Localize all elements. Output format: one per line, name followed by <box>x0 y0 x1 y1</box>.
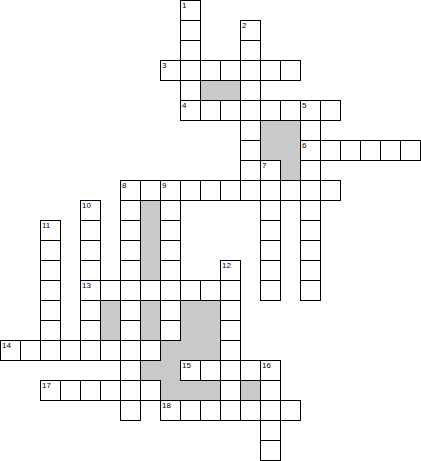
blocked-cell <box>160 380 181 401</box>
clue-number: 16 <box>262 362 271 370</box>
grid-cell[interactable] <box>260 260 281 281</box>
grid-cell[interactable] <box>120 220 141 241</box>
grid-cell[interactable] <box>140 340 161 361</box>
grid-cell[interactable] <box>260 440 281 461</box>
grid-cell[interactable] <box>200 360 221 381</box>
grid-cell[interactable] <box>240 140 261 161</box>
grid-cell[interactable] <box>220 380 241 401</box>
grid-cell[interactable] <box>240 40 261 61</box>
grid-cell[interactable] <box>240 360 261 381</box>
grid-cell[interactable] <box>260 280 281 301</box>
crossword-board: 123456789101112131415161718 <box>0 0 421 461</box>
grid-cell[interactable] <box>120 200 141 221</box>
grid-cell[interactable] <box>260 420 281 441</box>
clue-number: 17 <box>42 382 51 390</box>
grid-cell[interactable] <box>240 60 261 81</box>
grid-cell[interactable] <box>180 180 201 201</box>
clue-number: 15 <box>182 362 191 370</box>
grid-cell[interactable] <box>160 280 181 301</box>
clue-number: 3 <box>162 62 166 70</box>
grid-cell[interactable] <box>180 60 201 81</box>
clue-number: 6 <box>302 142 306 150</box>
grid-cell[interactable] <box>280 400 301 421</box>
grid-cell[interactable] <box>20 340 41 361</box>
blocked-cell <box>220 80 241 101</box>
grid-cell[interactable] <box>260 60 281 81</box>
grid-cell[interactable] <box>220 360 241 381</box>
grid-cell[interactable] <box>240 120 261 141</box>
grid-cell[interactable] <box>80 300 101 321</box>
grid-cell[interactable] <box>300 220 321 241</box>
blocked-cell <box>140 360 161 381</box>
grid-cell[interactable] <box>280 60 301 81</box>
blocked-cell <box>180 320 201 341</box>
grid-cell[interactable] <box>260 100 281 121</box>
grid-cell[interactable] <box>260 240 281 261</box>
grid-cell[interactable] <box>120 300 141 321</box>
blocked-cell <box>200 320 221 341</box>
grid-cell[interactable] <box>160 220 181 241</box>
grid-cell[interactable] <box>260 220 281 241</box>
blocked-cell <box>200 340 221 361</box>
grid-cell[interactable] <box>160 320 181 341</box>
grid-cell[interactable] <box>260 180 281 201</box>
grid-cell[interactable] <box>220 300 241 321</box>
grid-cell[interactable] <box>300 240 321 261</box>
grid-cell[interactable] <box>300 260 321 281</box>
blocked-cell <box>240 380 261 401</box>
blocked-cell <box>140 300 161 321</box>
clue-number: 5 <box>302 102 306 110</box>
grid-cell[interactable] <box>200 400 221 421</box>
blocked-cell <box>200 380 221 401</box>
clue-number: 12 <box>222 262 231 270</box>
blocked-cell <box>140 320 161 341</box>
grid-cell[interactable] <box>240 160 261 181</box>
grid-cell[interactable] <box>140 180 161 201</box>
clue-number: 11 <box>42 222 50 230</box>
grid-cell[interactable] <box>220 180 241 201</box>
grid-cell[interactable] <box>280 100 301 121</box>
grid-cell[interactable] <box>40 260 61 281</box>
grid-cell[interactable] <box>300 280 321 301</box>
grid-cell[interactable] <box>40 300 61 321</box>
grid-cell[interactable] <box>240 100 261 121</box>
grid-cell[interactable] <box>140 380 161 401</box>
grid-cell[interactable] <box>200 180 221 201</box>
grid-cell[interactable] <box>260 400 281 421</box>
grid-cell[interactable] <box>60 380 81 401</box>
blocked-cell <box>140 260 161 281</box>
grid-cell[interactable] <box>40 280 61 301</box>
grid-cell[interactable] <box>120 260 141 281</box>
grid-cell[interactable] <box>120 380 141 401</box>
grid-cell[interactable] <box>80 220 101 241</box>
blocked-cell <box>200 80 221 101</box>
grid-cell[interactable] <box>300 120 321 141</box>
grid-cell[interactable] <box>260 200 281 221</box>
grid-cell[interactable] <box>160 300 181 321</box>
clue-number: 1 <box>182 2 186 10</box>
clue-number: 13 <box>82 282 91 290</box>
grid-cell[interactable] <box>120 360 141 381</box>
blocked-cell <box>140 240 161 261</box>
clue-number: 8 <box>122 182 126 190</box>
grid-cell[interactable] <box>200 60 221 81</box>
grid-cell[interactable] <box>240 400 261 421</box>
grid-cell[interactable] <box>120 320 141 341</box>
blocked-cell <box>280 120 301 141</box>
blocked-cell <box>160 340 181 361</box>
grid-cell[interactable] <box>220 320 241 341</box>
grid-cell[interactable] <box>80 240 101 261</box>
blocked-cell <box>100 320 121 341</box>
grid-cell[interactable] <box>220 400 241 421</box>
grid-cell[interactable] <box>300 160 321 181</box>
blocked-cell <box>160 360 181 381</box>
grid-cell[interactable] <box>140 280 161 301</box>
grid-cell[interactable] <box>380 140 401 161</box>
blocked-cell <box>140 220 161 241</box>
blocked-cell <box>200 300 221 321</box>
grid-cell[interactable] <box>180 20 201 41</box>
grid-cell[interactable] <box>240 180 261 201</box>
grid-cell[interactable] <box>320 180 341 201</box>
clue-number: 2 <box>242 22 246 30</box>
grid-cell[interactable] <box>160 240 181 261</box>
blocked-cell <box>140 200 161 221</box>
blocked-cell <box>100 300 121 321</box>
grid-cell[interactable] <box>220 60 241 81</box>
grid-cell[interactable] <box>80 340 101 361</box>
blocked-cell <box>180 380 201 401</box>
blocked-cell <box>260 120 281 141</box>
grid-cell[interactable] <box>300 180 321 201</box>
grid-cell[interactable] <box>220 100 241 121</box>
grid-cell[interactable] <box>200 100 221 121</box>
grid-cell[interactable] <box>260 380 281 401</box>
blocked-cell <box>180 340 201 361</box>
grid-cell[interactable] <box>40 240 61 261</box>
grid-cell[interactable] <box>100 340 121 361</box>
clue-number: 7 <box>262 162 266 170</box>
blocked-cell <box>180 300 201 321</box>
grid-cell[interactable] <box>120 280 141 301</box>
grid-cell[interactable] <box>180 80 201 101</box>
grid-cell[interactable] <box>40 340 61 361</box>
blocked-cell <box>260 140 281 161</box>
blocked-cell <box>280 140 301 161</box>
grid-cell[interactable] <box>320 100 341 121</box>
grid-cell[interactable] <box>400 140 421 161</box>
grid-cell[interactable] <box>120 340 141 361</box>
grid-cell[interactable] <box>220 340 241 361</box>
clue-number: 10 <box>82 202 91 210</box>
clue-number: 18 <box>162 402 171 410</box>
grid-cell[interactable] <box>180 400 201 421</box>
grid-cell[interactable] <box>240 80 261 101</box>
grid-cell[interactable] <box>80 260 101 281</box>
blocked-cell <box>280 160 301 181</box>
grid-cell[interactable] <box>60 340 81 361</box>
clue-number: 14 <box>2 342 11 350</box>
clue-number: 4 <box>182 102 186 110</box>
grid-cell[interactable] <box>280 180 301 201</box>
grid-cell[interactable] <box>300 200 321 221</box>
grid-cell[interactable] <box>200 280 221 301</box>
grid-cell[interactable] <box>340 140 361 161</box>
grid-cell[interactable] <box>220 280 241 301</box>
grid-cell[interactable] <box>180 280 201 301</box>
grid-cell[interactable] <box>40 320 61 341</box>
grid-cell[interactable] <box>320 140 341 161</box>
grid-cell[interactable] <box>160 200 181 221</box>
grid-cell[interactable] <box>160 260 181 281</box>
grid-cell[interactable] <box>120 240 141 261</box>
grid-cell[interactable] <box>80 320 101 341</box>
grid-cell[interactable] <box>120 400 141 421</box>
clue-number: 9 <box>162 182 166 190</box>
grid-cell[interactable] <box>180 40 201 61</box>
grid-cell[interactable] <box>100 280 121 301</box>
grid-cell[interactable] <box>100 380 121 401</box>
grid-cell[interactable] <box>360 140 381 161</box>
grid-cell[interactable] <box>80 380 101 401</box>
